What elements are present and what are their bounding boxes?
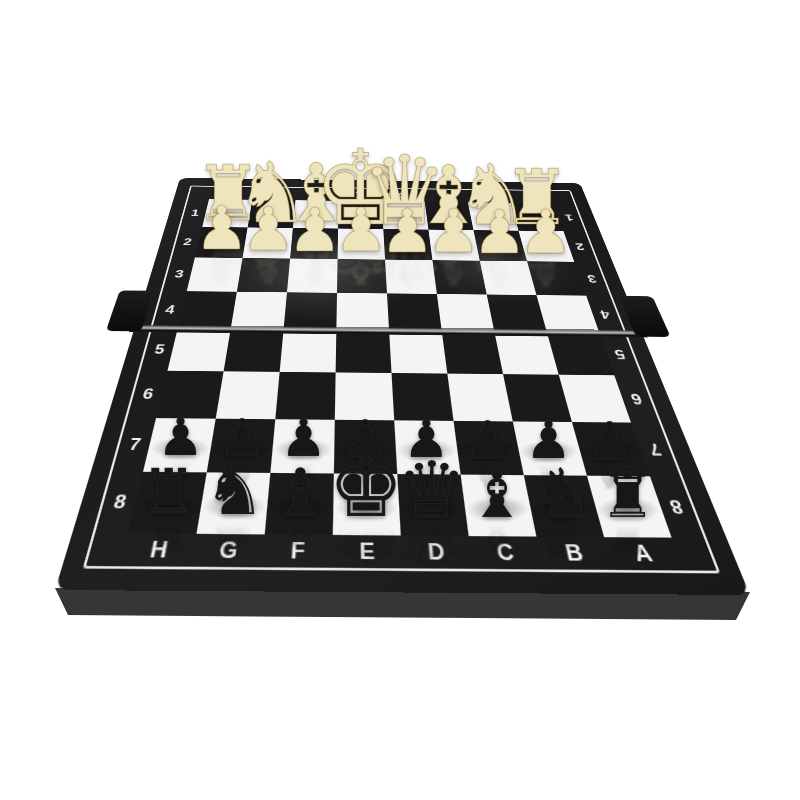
square-g8: [196, 472, 270, 534]
rank-label-right-8: 8: [656, 496, 697, 516]
square-e7: [334, 420, 397, 474]
square-h1: [202, 199, 252, 227]
rank-label-left-3: 3: [165, 268, 193, 279]
square-f1: [293, 200, 339, 228]
file-label-near-g: G: [209, 539, 248, 562]
chess-board: 1234567812345678HGFEDCBAHGFEDCBA: [55, 178, 750, 595]
file-label-near-f: F: [279, 539, 316, 562]
file-label-far-d: D: [391, 191, 414, 200]
square-e1: [338, 201, 383, 229]
file-label-far-b: B: [476, 192, 500, 201]
square-e8: [333, 473, 401, 535]
file-label-near-a: A: [622, 542, 665, 565]
rank-label-left-7: 7: [117, 435, 153, 452]
square-c2: [428, 230, 479, 261]
square-f4: [284, 292, 337, 330]
square-h7: [143, 418, 216, 472]
square-h4: [178, 291, 237, 329]
square-e4: [336, 293, 389, 331]
square-d1: [382, 201, 429, 229]
rank-label-right-3: 3: [577, 273, 606, 284]
square-g6: [216, 371, 280, 419]
rank-label-left-1: 1: [183, 208, 208, 217]
square-f8: [265, 473, 334, 535]
rank-label-right-6: 6: [618, 391, 653, 406]
file-label-near-c: C: [486, 541, 526, 564]
square-d2: [383, 229, 432, 260]
square-f5: [280, 330, 337, 373]
square-g5: [224, 329, 284, 372]
file-label-far-e: E: [349, 190, 371, 199]
file-label-near-b: B: [554, 541, 595, 564]
file-label-far-a: A: [518, 193, 543, 202]
square-d8: [397, 474, 468, 536]
rank-label-left-4: 4: [155, 303, 185, 315]
square-g1: [248, 200, 296, 228]
square-d5: [389, 331, 447, 374]
square-d4: [387, 293, 442, 331]
square-f2: [290, 228, 338, 259]
square-c1: [425, 202, 474, 230]
square-g4: [231, 292, 287, 330]
file-label-near-d: D: [417, 540, 455, 563]
square-e6: [335, 372, 394, 420]
square-f6: [275, 372, 335, 420]
square-f3: [287, 259, 338, 293]
square-e5: [336, 330, 392, 373]
square-c4: [437, 294, 495, 332]
file-label-far-g: G: [263, 189, 286, 198]
file-label-near-e: E: [349, 540, 385, 563]
square-h3: [187, 257, 243, 291]
rank-label-right-5: 5: [603, 347, 636, 361]
square-h6: [156, 371, 224, 419]
square-h5: [167, 329, 230, 372]
square-c3: [432, 260, 486, 294]
product-photo-scene: 1234567812345678HGFEDCBAHGFEDCBA ♜♜♞♞♝♝♚…: [0, 0, 800, 800]
file-label-near-h: H: [138, 538, 179, 561]
rank-label-right-1: 1: [556, 213, 582, 222]
file-label-far-h: H: [220, 189, 244, 198]
square-c5: [442, 332, 503, 375]
square-e2: [338, 229, 385, 260]
file-label-far-f: F: [306, 190, 329, 199]
rank-label-left-6: 6: [131, 386, 165, 401]
rank-label-left-2: 2: [174, 237, 201, 247]
square-f7: [270, 419, 334, 473]
rank-label-right-7: 7: [636, 440, 674, 457]
rank-label-right-2: 2: [566, 241, 593, 251]
square-g3: [237, 258, 290, 292]
square-e3: [337, 259, 387, 293]
rank-label-left-8: 8: [100, 492, 139, 512]
square-h2: [195, 227, 248, 258]
file-label-far-c: C: [434, 191, 458, 200]
rank-label-left-5: 5: [144, 342, 176, 356]
square-d6: [392, 373, 454, 421]
square-g7: [207, 419, 276, 473]
rank-label-right-4: 4: [589, 308, 620, 320]
square-c7: [454, 421, 524, 475]
square-d7: [394, 420, 460, 474]
square-g2: [243, 227, 293, 258]
square-c6: [447, 374, 512, 422]
square-d3: [385, 260, 437, 294]
square-h8: [128, 472, 207, 534]
